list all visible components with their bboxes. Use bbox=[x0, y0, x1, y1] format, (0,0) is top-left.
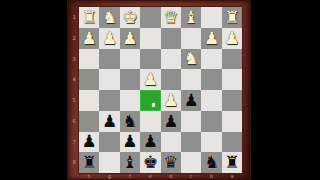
white-pawn: ♟ bbox=[79, 28, 99, 49]
file-label-b: b bbox=[201, 174, 221, 179]
square-g8[interactable] bbox=[99, 152, 119, 173]
black-queen: ♛ bbox=[161, 152, 181, 173]
black-rook: ♜ bbox=[222, 152, 242, 173]
square-d2[interactable] bbox=[161, 28, 181, 49]
square-g4[interactable] bbox=[99, 69, 119, 90]
file-label-h: h bbox=[79, 174, 99, 179]
square-c3[interactable]: ♞ bbox=[181, 49, 201, 70]
square-h3[interactable] bbox=[79, 49, 99, 70]
square-e6[interactable] bbox=[140, 111, 160, 132]
rank-label-8: 8 bbox=[70, 160, 78, 165]
white-king: ♚ bbox=[120, 7, 140, 28]
square-e1[interactable] bbox=[140, 7, 160, 28]
file-label-c: c bbox=[181, 174, 201, 179]
square-b8[interactable]: ♞ bbox=[201, 152, 221, 173]
square-a4[interactable] bbox=[222, 69, 242, 90]
rank-label-6: 6 bbox=[70, 119, 78, 124]
square-b2[interactable]: ♟ bbox=[201, 28, 221, 49]
square-c4[interactable] bbox=[181, 69, 201, 90]
square-b7[interactable] bbox=[201, 132, 221, 153]
square-d4[interactable] bbox=[161, 69, 181, 90]
black-knight: ♞ bbox=[120, 111, 140, 132]
square-h6[interactable] bbox=[79, 111, 99, 132]
square-h8[interactable]: ♜ bbox=[79, 152, 99, 173]
rank-label-4: 4 bbox=[70, 77, 78, 82]
square-h2[interactable]: ♟ bbox=[79, 28, 99, 49]
rank-label-1: 1 bbox=[70, 15, 78, 20]
rank-label-5: 5 bbox=[70, 98, 78, 103]
square-c5[interactable]: ♟ bbox=[181, 90, 201, 111]
white-knight: ♞ bbox=[99, 7, 119, 28]
square-f3[interactable] bbox=[120, 49, 140, 70]
square-d7[interactable] bbox=[161, 132, 181, 153]
black-knight: ♞ bbox=[201, 152, 221, 173]
black-king: ♚ bbox=[140, 152, 160, 173]
square-f5[interactable] bbox=[120, 90, 140, 111]
black-bishop: ♝ bbox=[120, 152, 140, 173]
square-g1[interactable]: ♞ bbox=[99, 7, 119, 28]
square-h1[interactable]: ♜ bbox=[79, 7, 99, 28]
white-pawn: ♟ bbox=[120, 28, 140, 49]
white-pawn: ♟ bbox=[99, 28, 119, 49]
white-pawn: ♟ bbox=[201, 28, 221, 49]
annotation-mark bbox=[152, 103, 156, 108]
white-knight: ♞ bbox=[181, 49, 201, 70]
board-frame: ♜♞♚♛♝♜♟♟♟♟♟♞♟♟♟♟♞♟♟♟♟♜♝♚♛♞♜ 12345678 hgf… bbox=[67, 0, 251, 180]
black-pawn: ♟ bbox=[161, 111, 181, 132]
white-rook: ♜ bbox=[222, 7, 242, 28]
square-a6[interactable] bbox=[222, 111, 242, 132]
square-c8[interactable] bbox=[181, 152, 201, 173]
square-d1[interactable]: ♛ bbox=[161, 7, 181, 28]
square-b1[interactable] bbox=[201, 7, 221, 28]
square-a7[interactable] bbox=[222, 132, 242, 153]
square-g6[interactable]: ♟ bbox=[99, 111, 119, 132]
square-f6[interactable]: ♞ bbox=[120, 111, 140, 132]
file-label-a: a bbox=[222, 174, 242, 179]
file-label-g: g bbox=[99, 174, 119, 179]
square-h4[interactable] bbox=[79, 69, 99, 90]
square-f1[interactable]: ♚ bbox=[120, 7, 140, 28]
black-rook: ♜ bbox=[79, 152, 99, 173]
square-b5[interactable] bbox=[201, 90, 221, 111]
white-bishop: ♝ bbox=[181, 7, 201, 28]
square-f7[interactable]: ♟ bbox=[120, 132, 140, 153]
square-c1[interactable]: ♝ bbox=[181, 7, 201, 28]
square-g2[interactable]: ♟ bbox=[99, 28, 119, 49]
square-a5[interactable] bbox=[222, 90, 242, 111]
square-g7[interactable] bbox=[99, 132, 119, 153]
white-queen: ♛ bbox=[161, 7, 181, 28]
black-pawn: ♟ bbox=[120, 132, 140, 153]
square-d6[interactable]: ♟ bbox=[161, 111, 181, 132]
file-label-f: f bbox=[120, 174, 140, 179]
square-f8[interactable]: ♝ bbox=[120, 152, 140, 173]
rank-label-3: 3 bbox=[70, 57, 78, 62]
square-c7[interactable] bbox=[181, 132, 201, 153]
square-h7[interactable]: ♟ bbox=[79, 132, 99, 153]
square-b6[interactable] bbox=[201, 111, 221, 132]
file-label-e: e bbox=[140, 174, 160, 179]
file-label-d: d bbox=[161, 174, 181, 179]
black-pawn: ♟ bbox=[79, 132, 99, 153]
square-b4[interactable] bbox=[201, 69, 221, 90]
square-a8[interactable]: ♜ bbox=[222, 152, 242, 173]
square-g5[interactable] bbox=[99, 90, 119, 111]
square-a1[interactable]: ♜ bbox=[222, 7, 242, 28]
square-e3[interactable] bbox=[140, 49, 160, 70]
white-pawn: ♟ bbox=[222, 28, 242, 49]
rank-label-7: 7 bbox=[70, 140, 78, 145]
square-f2[interactable]: ♟ bbox=[120, 28, 140, 49]
white-pawn: ♟ bbox=[161, 90, 181, 111]
square-g3[interactable] bbox=[99, 49, 119, 70]
square-c6[interactable] bbox=[181, 111, 201, 132]
square-a3[interactable] bbox=[222, 49, 242, 70]
square-d5[interactable]: ♟ bbox=[161, 90, 181, 111]
rank-label-2: 2 bbox=[70, 36, 78, 41]
square-e5[interactable] bbox=[140, 90, 160, 111]
square-f4[interactable] bbox=[120, 69, 140, 90]
white-rook: ♜ bbox=[79, 7, 99, 28]
square-a2[interactable]: ♟ bbox=[222, 28, 242, 49]
square-e4[interactable]: ♟ bbox=[140, 69, 160, 90]
chess-board: ♜♞♚♛♝♜♟♟♟♟♟♞♟♟♟♟♞♟♟♟♟♜♝♚♛♞♜ bbox=[79, 7, 242, 173]
white-pawn: ♟ bbox=[140, 69, 160, 90]
square-e2[interactable] bbox=[140, 28, 160, 49]
square-d3[interactable] bbox=[161, 49, 181, 70]
square-d8[interactable]: ♛ bbox=[161, 152, 181, 173]
square-e7[interactable]: ♟ bbox=[140, 132, 160, 153]
square-e8[interactable]: ♚ bbox=[140, 152, 160, 173]
black-pawn: ♟ bbox=[140, 132, 160, 153]
square-b3[interactable] bbox=[201, 49, 221, 70]
square-c2[interactable] bbox=[181, 28, 201, 49]
black-pawn: ♟ bbox=[181, 90, 201, 111]
black-pawn: ♟ bbox=[99, 111, 119, 132]
square-h5[interactable] bbox=[79, 90, 99, 111]
